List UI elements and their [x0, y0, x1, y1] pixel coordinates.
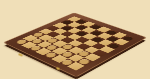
checkers-board: ●●●●●●●●●●●●●●●●●●●●●●●●	[4, 13, 145, 76]
board-grid: ●●●●●●●●●●●●●●●●●●●●●●●●	[14, 16, 136, 70]
brass-hinge-icon	[18, 53, 22, 57]
page-background: { "game": "checkers", "scene": { "descri…	[0, 0, 150, 79]
board-scene: ●●●●●●●●●●●●●●●●●●●●●●●●	[0, 0, 150, 79]
